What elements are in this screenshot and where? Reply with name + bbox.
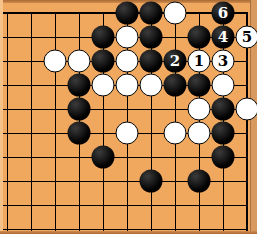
stone-black — [92, 26, 115, 49]
stone-black — [188, 170, 211, 193]
stone-white-move-1: 1 — [188, 50, 211, 73]
go-board[interactable]: 645213 — [0, 0, 257, 234]
move-number-label: 3 — [218, 54, 228, 69]
stone-black-move-4: 4 — [212, 26, 235, 49]
stone-white-move-5: 5 — [236, 26, 258, 49]
stone-black — [140, 50, 163, 73]
move-number-label: 5 — [242, 30, 252, 45]
grid-vline — [31, 13, 32, 231]
stone-black — [92, 50, 115, 73]
stone-white-move-3: 3 — [212, 50, 235, 73]
move-number-label: 2 — [170, 54, 180, 69]
stone-black — [212, 98, 235, 121]
stone-white — [92, 74, 115, 97]
stone-white — [116, 26, 139, 49]
stone-black — [212, 122, 235, 145]
stone-black — [68, 122, 91, 145]
stone-white — [116, 50, 139, 73]
board-frame-left-bevel — [0, 0, 3, 234]
move-number-label: 1 — [194, 54, 204, 69]
stone-black — [140, 170, 163, 193]
stone-white — [68, 50, 91, 73]
stone-white — [236, 98, 258, 121]
go-diagram: 645213 — [0, 0, 257, 234]
move-number-label: 4 — [218, 30, 228, 45]
stone-black — [212, 146, 235, 169]
stone-black — [140, 2, 163, 25]
stone-white — [188, 122, 211, 145]
grid-vline — [55, 13, 56, 231]
stone-white — [164, 2, 187, 25]
stone-black — [188, 26, 211, 49]
stone-black — [116, 2, 139, 25]
stone-white — [116, 122, 139, 145]
stone-white — [116, 74, 139, 97]
move-number-label: 6 — [218, 6, 228, 21]
stone-black — [164, 74, 187, 97]
stone-black — [92, 146, 115, 169]
stone-black — [68, 98, 91, 121]
stone-white — [188, 98, 211, 121]
stone-white — [140, 74, 163, 97]
stone-white — [44, 50, 67, 73]
grid-hline — [3, 205, 248, 206]
stone-black — [188, 74, 211, 97]
grid-hline — [3, 181, 248, 182]
stone-black — [140, 26, 163, 49]
board-frame-bottom-bevel — [0, 231, 257, 234]
stone-black — [68, 74, 91, 97]
stone-white — [164, 122, 187, 145]
stone-black-move-6: 6 — [212, 2, 235, 25]
grid-hline — [3, 229, 248, 230]
stone-black-move-2: 2 — [164, 50, 187, 73]
stone-white — [212, 74, 235, 97]
grid-vline — [7, 13, 8, 231]
